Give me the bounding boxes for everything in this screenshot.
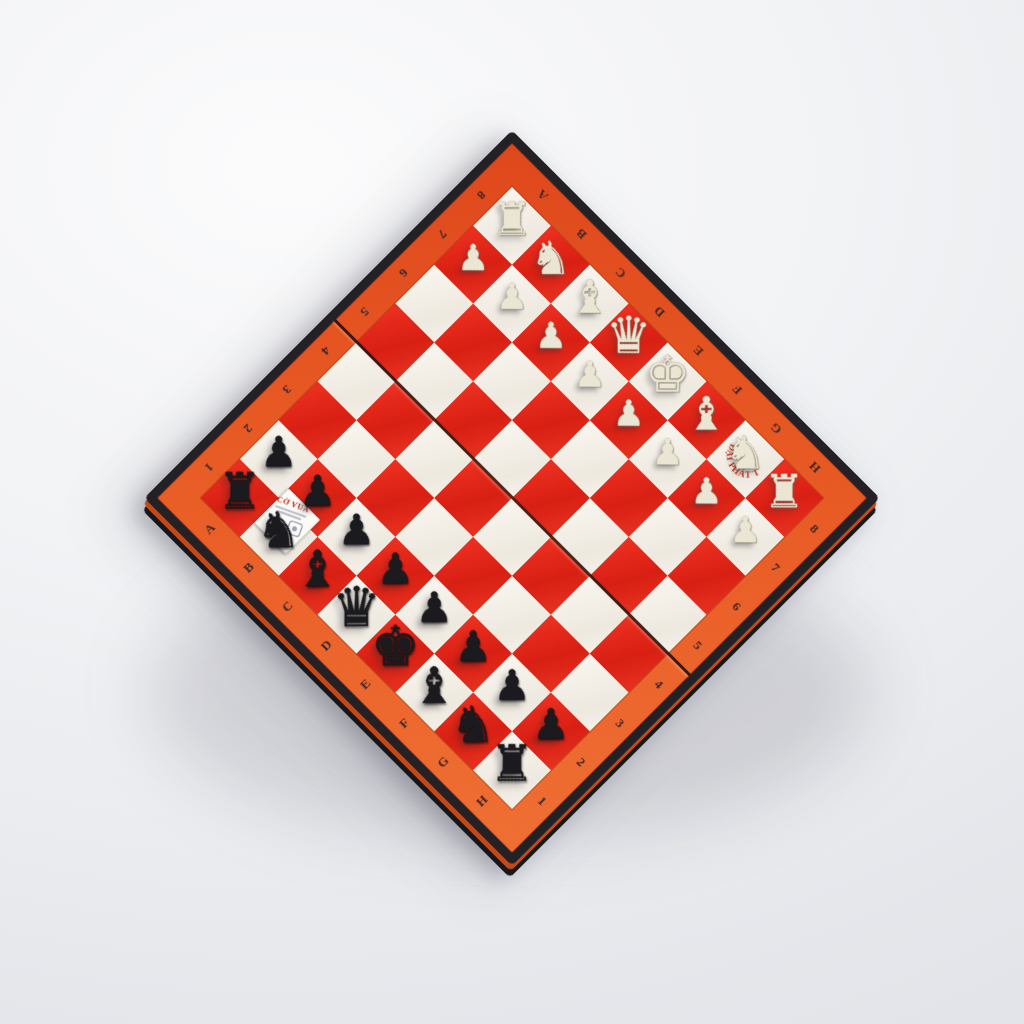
piece-white-pawn-h7[interactable]: ♟ <box>718 502 773 557</box>
piece-black-rook-h1[interactable]: ♜ <box>485 736 540 791</box>
product-photo-scene: ♜♞♝♛♚♝♞♜♟♟♟♟♟♟♟♟♟♟♟♟♟♟♟♟♜♞♝♛♚♝♞♜ ĐẠI PHÁ… <box>0 0 1024 1024</box>
